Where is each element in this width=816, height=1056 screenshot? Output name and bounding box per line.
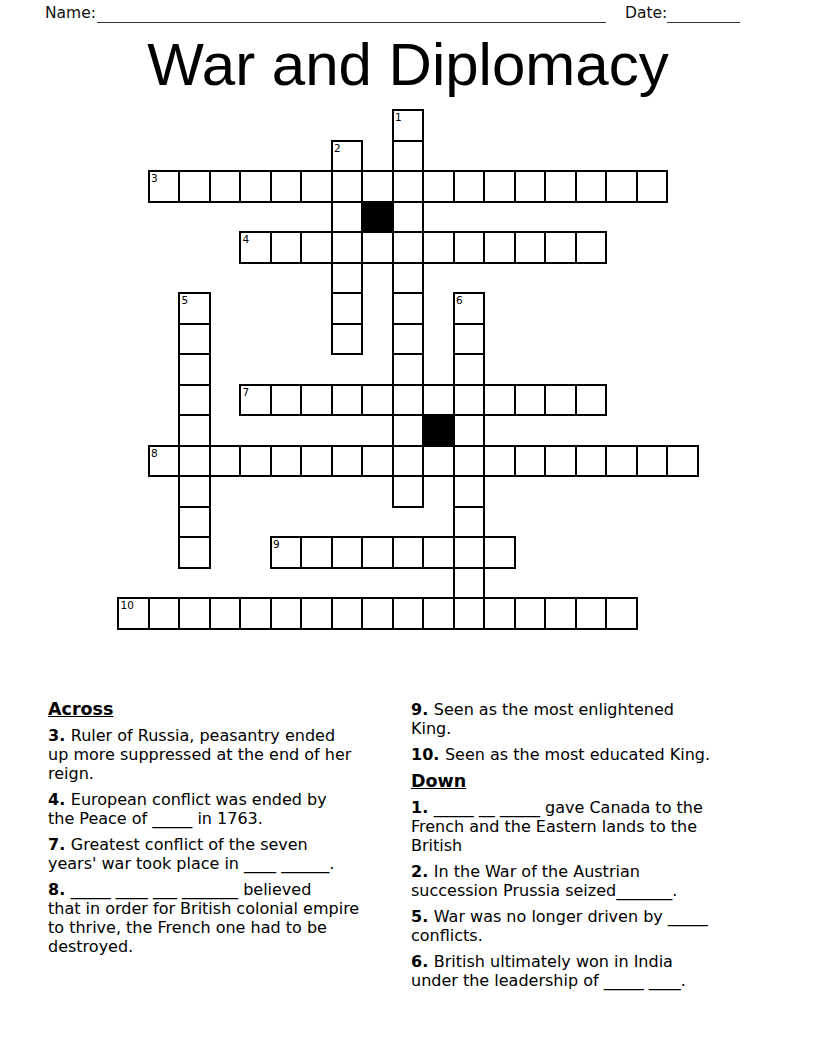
clue-10-across: 10. Seen as the most educated King. bbox=[411, 745, 759, 764]
grid-cell[interactable] bbox=[209, 597, 242, 630]
grid-cell[interactable] bbox=[422, 536, 455, 569]
grid-cell[interactable] bbox=[605, 170, 638, 203]
grid-cell[interactable] bbox=[178, 506, 211, 539]
black-cell bbox=[361, 201, 394, 234]
grid-cell[interactable] bbox=[178, 475, 211, 508]
grid-cell[interactable] bbox=[361, 384, 394, 417]
clue-number-label: 6. bbox=[411, 952, 434, 971]
across-clues-list: 3. Ruler of Russia, peasantry endedup mo… bbox=[48, 726, 410, 956]
grid-cell[interactable] bbox=[117, 597, 150, 630]
clue-number-label: 1. bbox=[411, 798, 434, 817]
date-blank-line[interactable] bbox=[667, 4, 740, 23]
grid-cell[interactable] bbox=[361, 170, 394, 203]
clue-number-label: 4. bbox=[48, 790, 71, 809]
grid-cell[interactable] bbox=[453, 506, 486, 539]
grid-cell[interactable] bbox=[178, 597, 211, 630]
grid-cell[interactable] bbox=[392, 201, 425, 234]
grid-cell[interactable] bbox=[422, 445, 455, 478]
grid-cell[interactable] bbox=[544, 597, 577, 630]
clue-4-across: 4. European conflict was ended bythe Pea… bbox=[48, 790, 410, 828]
clue-number-label: 9. bbox=[411, 700, 434, 719]
black-cell bbox=[422, 414, 455, 447]
grid-cell[interactable] bbox=[239, 384, 272, 417]
grid-cell[interactable] bbox=[514, 384, 547, 417]
grid-cell[interactable] bbox=[544, 231, 577, 264]
grid-cell[interactable] bbox=[453, 384, 486, 417]
grid-cell[interactable] bbox=[392, 597, 425, 630]
grid-cell[interactable] bbox=[361, 536, 394, 569]
grid-cell[interactable] bbox=[300, 231, 333, 264]
grid-cell[interactable] bbox=[239, 231, 272, 264]
clue-number-label: 5. bbox=[411, 907, 434, 926]
grid-cell[interactable] bbox=[605, 445, 638, 478]
grid-cell[interactable] bbox=[209, 445, 242, 478]
grid-cell[interactable] bbox=[392, 384, 425, 417]
grid-cell[interactable] bbox=[239, 597, 272, 630]
grid-cell[interactable] bbox=[148, 445, 181, 478]
grid-cell[interactable] bbox=[239, 445, 272, 478]
grid-cell[interactable] bbox=[453, 567, 486, 600]
grid-cell[interactable] bbox=[483, 536, 516, 569]
down-clues-list: 1. _____ __ _____ gave Canada to theFren… bbox=[411, 798, 759, 990]
grid-cell[interactable] bbox=[514, 597, 547, 630]
worksheet-title: War and Diplomacy bbox=[0, 33, 816, 96]
grid-cell[interactable] bbox=[422, 384, 455, 417]
grid-cell[interactable] bbox=[544, 445, 577, 478]
grid-cell[interactable] bbox=[178, 292, 211, 325]
grid-cell[interactable] bbox=[300, 597, 333, 630]
grid-cell[interactable] bbox=[575, 170, 608, 203]
grid-cell[interactable] bbox=[575, 445, 608, 478]
grid-cell[interactable] bbox=[453, 414, 486, 447]
grid-cell[interactable] bbox=[392, 323, 425, 356]
grid-cell[interactable] bbox=[422, 231, 455, 264]
grid-cell[interactable] bbox=[483, 384, 516, 417]
grid-cell[interactable] bbox=[178, 170, 211, 203]
date-label: Date: bbox=[625, 4, 667, 22]
grid-cell[interactable] bbox=[178, 353, 211, 386]
grid-cell[interactable] bbox=[392, 414, 425, 447]
grid-cell[interactable] bbox=[331, 292, 364, 325]
grid-cell[interactable] bbox=[422, 597, 455, 630]
clue-9-across: 9. Seen as the most enlightenedKing. bbox=[411, 700, 759, 738]
grid-cell[interactable] bbox=[544, 170, 577, 203]
grid-cell[interactable] bbox=[361, 231, 394, 264]
grid-cell[interactable] bbox=[392, 109, 425, 142]
grid-cell[interactable] bbox=[331, 597, 364, 630]
grid-cell[interactable] bbox=[636, 170, 669, 203]
grid-cell[interactable] bbox=[483, 231, 516, 264]
grid-cell[interactable] bbox=[209, 170, 242, 203]
grid-cell[interactable] bbox=[331, 262, 364, 295]
grid-cell[interactable] bbox=[544, 384, 577, 417]
clue-number-label: 2. bbox=[411, 862, 434, 881]
grid-cell[interactable] bbox=[300, 536, 333, 569]
across-clues-list-continued: 9. Seen as the most enlightenedKing.10. … bbox=[411, 700, 759, 764]
grid-cell[interactable] bbox=[239, 170, 272, 203]
grid-cell[interactable] bbox=[483, 170, 516, 203]
grid-cell[interactable] bbox=[361, 445, 394, 478]
clue-5-down: 5. War was no longer driven by _____conf… bbox=[411, 907, 759, 945]
grid-cell[interactable] bbox=[483, 597, 516, 630]
grid-cell[interactable] bbox=[636, 445, 669, 478]
grid-cell[interactable] bbox=[270, 384, 303, 417]
clue-6-down: 6. British ultimately won in Indiaunder … bbox=[411, 952, 759, 990]
grid-cell[interactable] bbox=[270, 597, 303, 630]
grid-cell[interactable] bbox=[453, 445, 486, 478]
grid-cell[interactable] bbox=[331, 384, 364, 417]
clue-8-across: 8. _____ ____ ___ _______ believedthat i… bbox=[48, 880, 410, 956]
down-heading: Down bbox=[411, 771, 759, 791]
grid-cell[interactable] bbox=[300, 445, 333, 478]
grid-cell[interactable] bbox=[483, 445, 516, 478]
grid-cell[interactable] bbox=[300, 170, 333, 203]
name-label: Name: bbox=[45, 4, 96, 22]
grid-cell[interactable] bbox=[270, 170, 303, 203]
grid-cell[interactable] bbox=[270, 536, 303, 569]
grid-cell[interactable] bbox=[300, 384, 333, 417]
grid-cell[interactable] bbox=[605, 597, 638, 630]
grid-cell[interactable] bbox=[331, 536, 364, 569]
grid-cell[interactable] bbox=[422, 170, 455, 203]
grid-cell[interactable] bbox=[514, 445, 547, 478]
clue-number-label: 7. bbox=[48, 835, 71, 854]
clues-right-column: 9. Seen as the most enlightenedKing.10. … bbox=[411, 700, 759, 997]
grid-cell[interactable] bbox=[392, 445, 425, 478]
grid-cell[interactable] bbox=[392, 262, 425, 295]
grid-cell[interactable] bbox=[148, 597, 181, 630]
clue-number-label: 8. bbox=[48, 880, 71, 899]
grid-cell[interactable] bbox=[331, 170, 364, 203]
grid-cell[interactable] bbox=[331, 445, 364, 478]
grid-cell[interactable] bbox=[178, 445, 211, 478]
grid-cell[interactable] bbox=[270, 445, 303, 478]
grid-cell[interactable] bbox=[453, 475, 486, 508]
grid-cell[interactable] bbox=[392, 231, 425, 264]
grid-cell[interactable] bbox=[331, 201, 364, 234]
grid-cell[interactable] bbox=[178, 323, 211, 356]
across-heading: Across bbox=[48, 699, 410, 719]
grid-cell[interactable] bbox=[331, 323, 364, 356]
grid-cell[interactable] bbox=[453, 292, 486, 325]
grid-cell[interactable] bbox=[575, 231, 608, 264]
crossword-grid: 12345678910 bbox=[117, 109, 699, 630]
clues-left-column: Across 3. Ruler of Russia, peasantry end… bbox=[48, 699, 410, 963]
clue-2-down: 2. In the War of the Austriansuccession … bbox=[411, 862, 759, 900]
grid-cell[interactable] bbox=[392, 292, 425, 325]
grid-cell[interactable] bbox=[575, 384, 608, 417]
grid-cell[interactable] bbox=[514, 170, 547, 203]
grid-cell[interactable] bbox=[453, 323, 486, 356]
grid-cell[interactable] bbox=[270, 231, 303, 264]
grid-cell[interactable] bbox=[331, 231, 364, 264]
name-blank-line[interactable] bbox=[97, 4, 606, 23]
grid-cell[interactable] bbox=[392, 170, 425, 203]
grid-cell[interactable] bbox=[453, 536, 486, 569]
clue-number-label: 3. bbox=[48, 726, 71, 745]
grid-cell[interactable] bbox=[514, 231, 547, 264]
grid-cell[interactable] bbox=[392, 140, 425, 173]
grid-cell[interactable] bbox=[331, 140, 364, 173]
grid-cell[interactable] bbox=[392, 475, 425, 508]
grid-cell[interactable] bbox=[453, 597, 486, 630]
clue-3-across: 3. Ruler of Russia, peasantry endedup mo… bbox=[48, 726, 410, 783]
grid-cell[interactable] bbox=[392, 353, 425, 386]
clue-number-label: 10. bbox=[411, 745, 445, 764]
grid-cell[interactable] bbox=[178, 536, 211, 569]
grid-cell[interactable] bbox=[453, 353, 486, 386]
clue-1-down: 1. _____ __ _____ gave Canada to theFren… bbox=[411, 798, 759, 855]
grid-cell[interactable] bbox=[453, 231, 486, 264]
grid-cell[interactable] bbox=[453, 170, 486, 203]
grid-cell[interactable] bbox=[148, 170, 181, 203]
grid-cell[interactable] bbox=[666, 445, 699, 478]
grid-cell[interactable] bbox=[178, 414, 211, 447]
clue-7-across: 7. Greatest conflict of the sevenyears' … bbox=[48, 835, 410, 873]
grid-cell[interactable] bbox=[575, 597, 608, 630]
worksheet-page: Name: Date: War and Diplomacy 1234567891… bbox=[0, 0, 816, 1056]
grid-cell[interactable] bbox=[361, 597, 394, 630]
grid-cell[interactable] bbox=[392, 536, 425, 569]
